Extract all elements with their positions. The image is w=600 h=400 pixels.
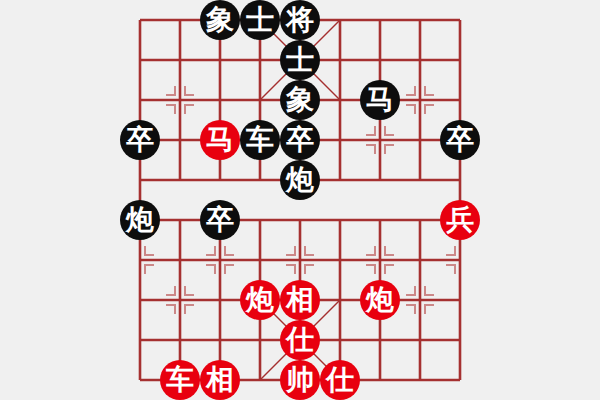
board-point: 马	[360, 80, 400, 120]
board-point: 象	[200, 0, 240, 40]
piece-black-chariot[interactable]: 车	[240, 120, 280, 160]
piece-black-horse[interactable]: 马	[360, 80, 400, 120]
board-point: 帅	[280, 360, 320, 400]
piece-red-cannon[interactable]: 炮	[360, 280, 400, 320]
piece-red-advisor[interactable]: 仕	[320, 360, 360, 400]
board-point: 士	[280, 40, 320, 80]
piece-black-elephant[interactable]: 象	[280, 80, 320, 120]
piece-red-elephant[interactable]: 相	[280, 280, 320, 320]
board-point: 将	[280, 0, 320, 40]
piece-black-cannon[interactable]: 炮	[280, 160, 320, 200]
board-point: 卒	[280, 120, 320, 160]
board-point: 车	[240, 120, 280, 160]
piece-black-general[interactable]: 将	[280, 0, 320, 40]
board-point: 炮	[240, 280, 280, 320]
board-point: 士	[240, 0, 280, 40]
piece-red-horse[interactable]: 马	[200, 120, 240, 160]
board-point: 车	[160, 360, 200, 400]
board-point: 相	[200, 360, 240, 400]
piece-red-advisor[interactable]: 仕	[280, 320, 320, 360]
board-point: 炮	[120, 200, 160, 240]
board-point: 相	[280, 280, 320, 320]
board-point: 象	[280, 80, 320, 120]
piece-black-elephant[interactable]: 象	[200, 0, 240, 40]
piece-red-elephant[interactable]: 相	[200, 360, 240, 400]
xiangqi-diagram: 象士将士象马卒马车卒卒炮炮卒兵炮相炮仕车相帅仕	[0, 0, 600, 400]
piece-black-cannon[interactable]: 炮	[120, 200, 160, 240]
piece-red-soldier[interactable]: 兵	[440, 200, 480, 240]
piece-red-general[interactable]: 帅	[280, 360, 320, 400]
board-point: 卒	[120, 120, 160, 160]
board-point: 仕	[280, 320, 320, 360]
piece-red-chariot[interactable]: 车	[160, 360, 200, 400]
piece-black-advisor[interactable]: 士	[280, 40, 320, 80]
board-point: 炮	[280, 160, 320, 200]
board-point: 炮	[360, 280, 400, 320]
piece-black-soldier[interactable]: 卒	[120, 120, 160, 160]
board-point: 马	[200, 120, 240, 160]
board-point: 兵	[440, 200, 480, 240]
xiangqi-board-grid: 象士将士象马卒马车卒卒炮炮卒兵炮相炮仕车相帅仕	[120, 0, 480, 400]
board-point: 卒	[200, 200, 240, 240]
piece-black-soldier[interactable]: 卒	[440, 120, 480, 160]
piece-black-soldier[interactable]: 卒	[280, 120, 320, 160]
piece-black-advisor[interactable]: 士	[240, 0, 280, 40]
piece-black-soldier[interactable]: 卒	[200, 200, 240, 240]
board-point: 卒	[440, 120, 480, 160]
piece-red-cannon[interactable]: 炮	[240, 280, 280, 320]
board-point: 仕	[320, 360, 360, 400]
